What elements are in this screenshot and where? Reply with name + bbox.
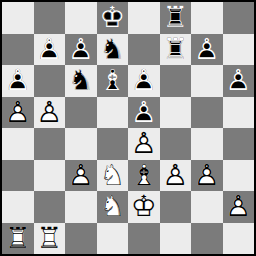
square-c1[interactable]: [65, 223, 97, 255]
square-d8[interactable]: ♚♔: [97, 2, 129, 34]
white-pawn-a5: ♟♙: [2, 97, 34, 129]
square-d6[interactable]: ♝♗: [97, 65, 129, 97]
square-c8[interactable]: [65, 2, 97, 34]
square-b3[interactable]: [34, 160, 66, 192]
square-c6[interactable]: ♞♘: [65, 65, 97, 97]
square-h6[interactable]: ♟♙: [223, 65, 255, 97]
square-a3[interactable]: [2, 160, 34, 192]
black-pawn-g7: ♟♙: [191, 34, 223, 66]
square-d5[interactable]: [97, 97, 129, 129]
square-a6[interactable]: ♟♙: [2, 65, 34, 97]
square-f6[interactable]: [160, 65, 192, 97]
black-pawn-e5: ♟♙: [128, 97, 160, 129]
square-f5[interactable]: [160, 97, 192, 129]
white-king-e2: ♚♔: [128, 191, 160, 223]
black-pawn-h6: ♟♙: [223, 65, 255, 97]
black-knight-d7: ♞♘: [97, 34, 129, 66]
square-c7[interactable]: ♟♙: [65, 34, 97, 66]
square-a2[interactable]: [2, 191, 34, 223]
square-c5[interactable]: [65, 97, 97, 129]
white-pawn-e4: ♟♙: [128, 128, 160, 160]
white-pawn-h2: ♟♙: [223, 191, 255, 223]
square-b7[interactable]: ♟♙: [34, 34, 66, 66]
square-a8[interactable]: [2, 2, 34, 34]
square-d7[interactable]: ♞♘: [97, 34, 129, 66]
square-h7[interactable]: [223, 34, 255, 66]
square-b4[interactable]: [34, 128, 66, 160]
square-d1[interactable]: [97, 223, 129, 255]
black-knight-c6: ♞♘: [65, 65, 97, 97]
square-h1[interactable]: [223, 223, 255, 255]
square-h2[interactable]: ♟♙: [223, 191, 255, 223]
black-pawn-b7: ♟♙: [34, 34, 66, 66]
square-b6[interactable]: [34, 65, 66, 97]
square-a1[interactable]: ♜♖: [2, 223, 34, 255]
square-d3[interactable]: ♞♘: [97, 160, 129, 192]
black-pawn-c7: ♟♙: [65, 34, 97, 66]
square-g4[interactable]: [191, 128, 223, 160]
square-h3[interactable]: [223, 160, 255, 192]
square-g1[interactable]: [191, 223, 223, 255]
square-f1[interactable]: [160, 223, 192, 255]
square-g2[interactable]: [191, 191, 223, 223]
square-b2[interactable]: [34, 191, 66, 223]
square-e8[interactable]: [128, 2, 160, 34]
square-a4[interactable]: [2, 128, 34, 160]
square-e5[interactable]: ♟♙: [128, 97, 160, 129]
square-f3[interactable]: ♟♙: [160, 160, 192, 192]
square-e2[interactable]: ♚♔: [128, 191, 160, 223]
square-d4[interactable]: [97, 128, 129, 160]
square-d2[interactable]: ♞♘: [97, 191, 129, 223]
white-rook-b1: ♜♖: [34, 223, 66, 255]
square-h5[interactable]: [223, 97, 255, 129]
square-g6[interactable]: [191, 65, 223, 97]
black-bishop-d6: ♝♗: [97, 65, 129, 97]
square-e1[interactable]: [128, 223, 160, 255]
square-a7[interactable]: [2, 34, 34, 66]
square-g8[interactable]: [191, 2, 223, 34]
white-rook-a1: ♜♖: [2, 223, 34, 255]
black-rook-f7: ♜♖: [160, 34, 192, 66]
black-pawn-e6: ♟♙: [128, 65, 160, 97]
chess-board-diagram: ♚♔♜♖♟♙♟♙♞♘♜♖♟♙♟♙♞♘♝♗♟♙♟♙♟♙♟♙♟♙♟♙♟♙♞♘♝♗♟♙…: [0, 0, 256, 256]
square-g5[interactable]: [191, 97, 223, 129]
white-pawn-c3: ♟♙: [65, 160, 97, 192]
square-g3[interactable]: ♟♙: [191, 160, 223, 192]
white-pawn-f3: ♟♙: [160, 160, 192, 192]
square-b8[interactable]: [34, 2, 66, 34]
square-f4[interactable]: [160, 128, 192, 160]
square-e3[interactable]: ♝♗: [128, 160, 160, 192]
white-bishop-e3: ♝♗: [128, 160, 160, 192]
black-rook-f8: ♜♖: [160, 2, 192, 34]
square-f8[interactable]: ♜♖: [160, 2, 192, 34]
black-pawn-a6: ♟♙: [2, 65, 34, 97]
square-e7[interactable]: [128, 34, 160, 66]
square-c4[interactable]: [65, 128, 97, 160]
square-a5[interactable]: ♟♙: [2, 97, 34, 129]
square-f7[interactable]: ♜♖: [160, 34, 192, 66]
square-h4[interactable]: [223, 128, 255, 160]
square-e6[interactable]: ♟♙: [128, 65, 160, 97]
square-b5[interactable]: ♟♙: [34, 97, 66, 129]
white-knight-d2: ♞♘: [97, 191, 129, 223]
square-c2[interactable]: [65, 191, 97, 223]
chess-board: ♚♔♜♖♟♙♟♙♞♘♜♖♟♙♟♙♞♘♝♗♟♙♟♙♟♙♟♙♟♙♟♙♟♙♞♘♝♗♟♙…: [2, 2, 254, 254]
white-knight-d3: ♞♘: [97, 160, 129, 192]
square-g7[interactable]: ♟♙: [191, 34, 223, 66]
square-h8[interactable]: [223, 2, 255, 34]
white-pawn-g3: ♟♙: [191, 160, 223, 192]
square-f2[interactable]: [160, 191, 192, 223]
black-king-d8: ♚♔: [97, 2, 129, 34]
square-b1[interactable]: ♜♖: [34, 223, 66, 255]
square-e4[interactable]: ♟♙: [128, 128, 160, 160]
square-c3[interactable]: ♟♙: [65, 160, 97, 192]
white-pawn-b5: ♟♙: [34, 97, 66, 129]
